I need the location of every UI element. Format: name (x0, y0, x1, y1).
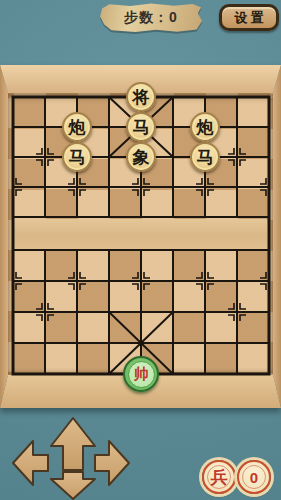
game-screen: 步数：0 设置 将炮马炮马象马帅 兵 0 (0, 0, 281, 500)
piece-black-elephant: 象 (126, 142, 156, 172)
piece-black-horse-left: 马 (62, 142, 92, 172)
piece-red-general[interactable]: 帅 (123, 356, 159, 392)
soldier-button-label: 兵 (211, 466, 228, 489)
piece-black-cannon-left: 炮 (62, 112, 92, 142)
soldier-count-badge: 0 (237, 460, 271, 494)
dpad-right-button[interactable] (95, 441, 129, 485)
dpad-left-button[interactable] (13, 441, 48, 485)
piece-red-general-face: 帅 (128, 361, 155, 388)
piece-black-horse-center: 马 (126, 112, 156, 142)
dpad-up-button[interactable] (51, 418, 95, 470)
steps-counter: 步数：0 (99, 3, 203, 33)
dpad-down-button[interactable] (51, 472, 95, 499)
piece-black-general: 将 (126, 82, 156, 112)
dpad (0, 410, 140, 500)
piece-black-horse-right: 马 (190, 142, 220, 172)
steps-counter-label: 步数：0 (124, 9, 178, 27)
settings-button-label: 设置 (232, 9, 267, 27)
soldier-count-value: 0 (250, 469, 258, 486)
piece-black-cannon-right: 炮 (190, 112, 220, 142)
settings-button[interactable]: 设置 (219, 4, 279, 31)
soldier-button[interactable]: 兵 (202, 460, 236, 494)
pieces-layer: 将炮马炮马象马帅 (0, 65, 281, 408)
xiangqi-board: 将炮马炮马象马帅 (0, 65, 281, 408)
